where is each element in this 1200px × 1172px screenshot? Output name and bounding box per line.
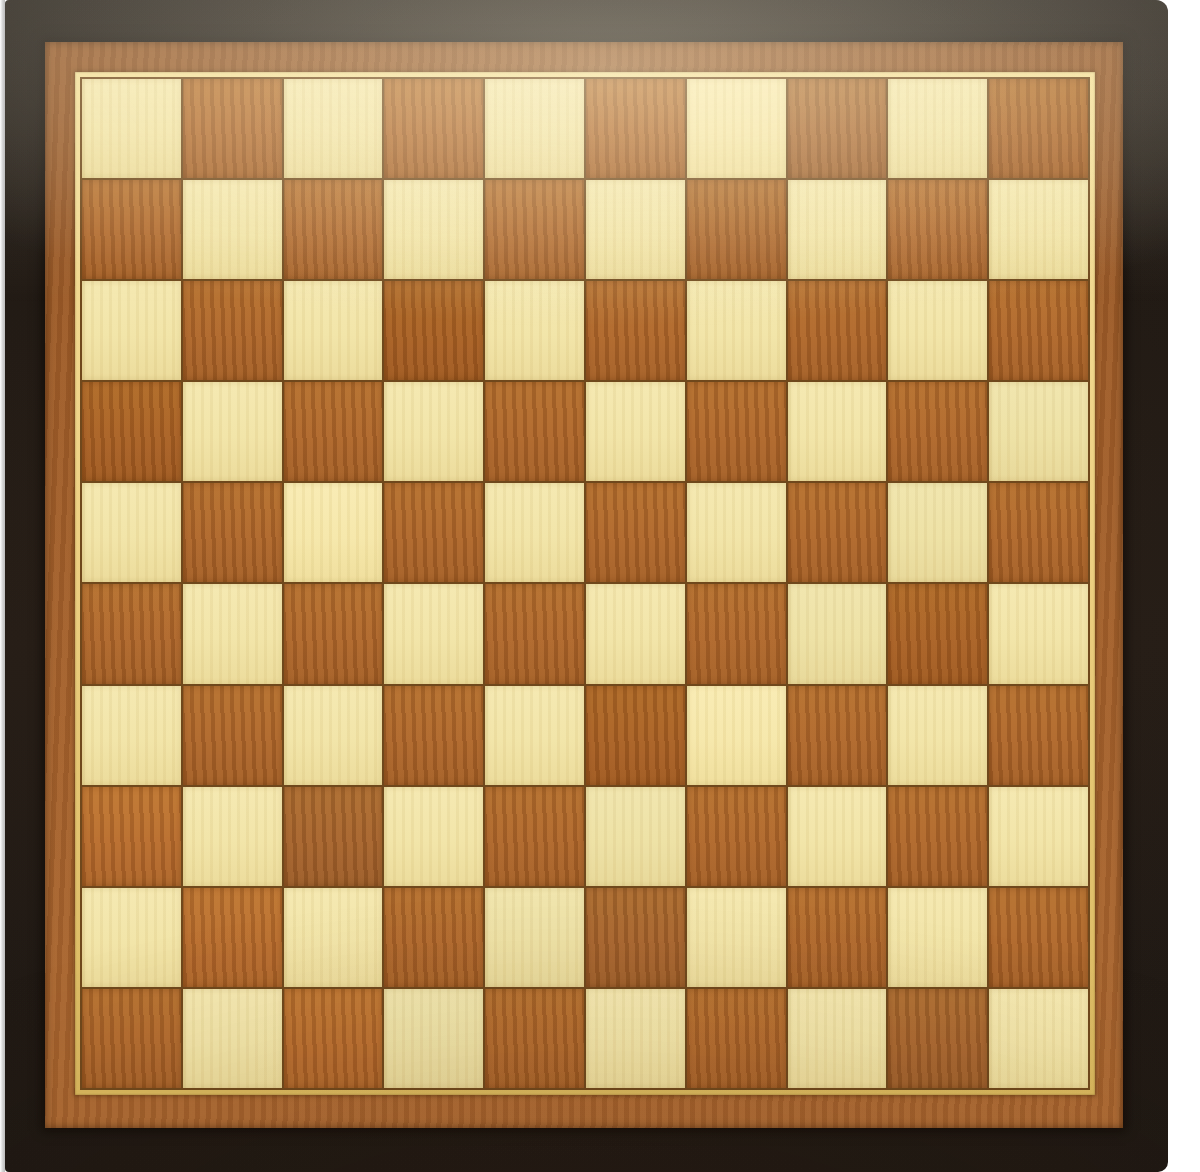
square-h1[interactable] [788,989,887,1088]
square-f6[interactable] [586,483,685,582]
square-c2[interactable] [284,888,383,987]
draughts-board [80,77,1090,1090]
square-d9[interactable] [384,180,483,279]
square-a6[interactable] [82,483,181,582]
square-i2[interactable] [888,888,987,987]
square-i9[interactable] [888,180,987,279]
square-g4[interactable] [687,686,786,785]
square-e1[interactable] [485,989,584,1088]
square-c10[interactable] [284,79,383,178]
square-c1[interactable] [284,989,383,1088]
square-h3[interactable] [788,787,887,886]
square-f10[interactable] [586,79,685,178]
square-c5[interactable] [284,584,383,683]
square-a10[interactable] [82,79,181,178]
square-j1[interactable] [989,989,1088,1088]
square-c6[interactable] [284,483,383,582]
square-f8[interactable] [586,281,685,380]
square-e2[interactable] [485,888,584,987]
square-e9[interactable] [485,180,584,279]
square-d1[interactable] [384,989,483,1088]
square-a8[interactable] [82,281,181,380]
gold-fillet [75,72,1095,1095]
square-h8[interactable] [788,281,887,380]
square-b1[interactable] [183,989,282,1088]
square-b10[interactable] [183,79,282,178]
square-e6[interactable] [485,483,584,582]
square-e4[interactable] [485,686,584,785]
square-h10[interactable] [788,79,887,178]
square-j4[interactable] [989,686,1088,785]
square-b7[interactable] [183,382,282,481]
square-a2[interactable] [82,888,181,987]
square-g5[interactable] [687,584,786,683]
square-h4[interactable] [788,686,887,785]
square-b6[interactable] [183,483,282,582]
square-a3[interactable] [82,787,181,886]
square-i6[interactable] [888,483,987,582]
square-g2[interactable] [687,888,786,987]
square-a5[interactable] [82,584,181,683]
square-b4[interactable] [183,686,282,785]
square-h6[interactable] [788,483,887,582]
square-f5[interactable] [586,584,685,683]
square-b2[interactable] [183,888,282,987]
square-i7[interactable] [888,382,987,481]
square-c7[interactable] [284,382,383,481]
square-d8[interactable] [384,281,483,380]
square-g10[interactable] [687,79,786,178]
square-i3[interactable] [888,787,987,886]
square-d6[interactable] [384,483,483,582]
square-d2[interactable] [384,888,483,987]
square-i5[interactable] [888,584,987,683]
square-g8[interactable] [687,281,786,380]
square-h5[interactable] [788,584,887,683]
square-h2[interactable] [788,888,887,987]
square-g6[interactable] [687,483,786,582]
square-e3[interactable] [485,787,584,886]
square-d5[interactable] [384,584,483,683]
square-i1[interactable] [888,989,987,1088]
square-a9[interactable] [82,180,181,279]
square-c8[interactable] [284,281,383,380]
square-j8[interactable] [989,281,1088,380]
square-h7[interactable] [788,382,887,481]
square-i10[interactable] [888,79,987,178]
square-f3[interactable] [586,787,685,886]
square-j10[interactable] [989,79,1088,178]
square-f9[interactable] [586,180,685,279]
square-j9[interactable] [989,180,1088,279]
square-j6[interactable] [989,483,1088,582]
square-f7[interactable] [586,382,685,481]
square-i4[interactable] [888,686,987,785]
square-b8[interactable] [183,281,282,380]
square-c4[interactable] [284,686,383,785]
square-f2[interactable] [586,888,685,987]
square-g9[interactable] [687,180,786,279]
square-e7[interactable] [485,382,584,481]
square-d3[interactable] [384,787,483,886]
square-a7[interactable] [82,382,181,481]
square-d4[interactable] [384,686,483,785]
square-c3[interactable] [284,787,383,886]
square-j2[interactable] [989,888,1088,987]
square-d7[interactable] [384,382,483,481]
square-b9[interactable] [183,180,282,279]
square-g3[interactable] [687,787,786,886]
square-f4[interactable] [586,686,685,785]
square-j5[interactable] [989,584,1088,683]
square-h9[interactable] [788,180,887,279]
square-g1[interactable] [687,989,786,1088]
square-c9[interactable] [284,180,383,279]
square-f1[interactable] [586,989,685,1088]
black-frame [5,0,1168,1172]
square-j3[interactable] [989,787,1088,886]
square-e8[interactable] [485,281,584,380]
square-d10[interactable] [384,79,483,178]
square-b5[interactable] [183,584,282,683]
square-j7[interactable] [989,382,1088,481]
square-g7[interactable] [687,382,786,481]
square-e5[interactable] [485,584,584,683]
mahogany-border [45,42,1123,1128]
square-a4[interactable] [82,686,181,785]
square-e10[interactable] [485,79,584,178]
square-a1[interactable] [82,989,181,1088]
square-b3[interactable] [183,787,282,886]
square-i8[interactable] [888,281,987,380]
